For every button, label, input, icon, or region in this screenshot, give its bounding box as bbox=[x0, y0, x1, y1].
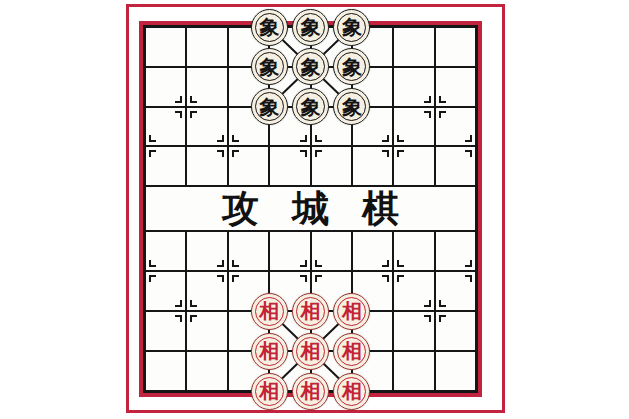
piece-glyph: 象 bbox=[301, 57, 321, 77]
outer-frame: 攻城棋 象象象象象象象象象相相相相相相相相相 bbox=[126, 4, 505, 413]
piece-glyph: 相 bbox=[342, 341, 362, 361]
piece-red-minister[interactable]: 相 bbox=[292, 373, 329, 410]
piece-glyph: 相 bbox=[259, 301, 279, 321]
piece-glyph: 相 bbox=[259, 341, 279, 361]
piece-glyph: 相 bbox=[342, 301, 362, 321]
piece-glyph: 象 bbox=[259, 57, 279, 77]
piece-black-elephant[interactable]: 象 bbox=[251, 88, 288, 125]
piece-black-elephant[interactable]: 象 bbox=[292, 88, 329, 125]
piece-glyph: 相 bbox=[301, 381, 321, 401]
piece-red-minister[interactable]: 相 bbox=[333, 293, 370, 330]
piece-glyph: 象 bbox=[301, 17, 321, 37]
board-panel: 攻城棋 象象象象象象象象象相相相相相相相相相 bbox=[139, 21, 482, 397]
piece-black-elephant[interactable]: 象 bbox=[292, 9, 329, 46]
piece-black-elephant[interactable]: 象 bbox=[292, 48, 329, 85]
piece-glyph: 相 bbox=[259, 381, 279, 401]
piece-glyph: 相 bbox=[301, 301, 321, 321]
piece-glyph: 相 bbox=[342, 381, 362, 401]
piece-red-minister[interactable]: 相 bbox=[333, 333, 370, 370]
piece-glyph: 象 bbox=[342, 57, 362, 77]
piece-red-minister[interactable]: 相 bbox=[251, 293, 288, 330]
piece-black-elephant[interactable]: 象 bbox=[333, 9, 370, 46]
piece-red-minister[interactable]: 相 bbox=[333, 373, 370, 410]
piece-glyph: 象 bbox=[301, 97, 321, 117]
piece-glyph: 象 bbox=[342, 17, 362, 37]
piece-glyph: 象 bbox=[259, 17, 279, 37]
piece-red-minister[interactable]: 相 bbox=[251, 333, 288, 370]
piece-red-minister[interactable]: 相 bbox=[251, 373, 288, 410]
piece-glyph: 象 bbox=[259, 97, 279, 117]
piece-glyph: 相 bbox=[301, 341, 321, 361]
piece-black-elephant[interactable]: 象 bbox=[251, 48, 288, 85]
piece-red-minister[interactable]: 相 bbox=[292, 293, 329, 330]
piece-black-elephant[interactable]: 象 bbox=[251, 9, 288, 46]
piece-glyph: 象 bbox=[342, 97, 362, 117]
page-background: 攻城棋 象象象象象象象象象相相相相相相相相相 bbox=[0, 0, 629, 419]
piece-red-minister[interactable]: 相 bbox=[292, 333, 329, 370]
